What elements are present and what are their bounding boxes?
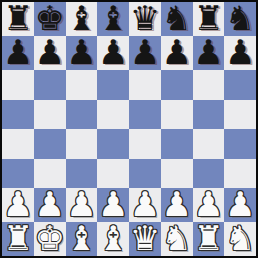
- square-e2[interactable]: ♟: [129, 188, 161, 222]
- square-b1[interactable]: ♚: [34, 222, 66, 256]
- white-bishop-piece: ♝: [66, 221, 96, 255]
- black-queen-piece: ♛: [130, 1, 160, 35]
- square-g6[interactable]: [193, 70, 225, 100]
- square-b7[interactable]: ♟: [34, 36, 66, 70]
- square-h2[interactable]: ♟: [224, 188, 256, 222]
- square-c4[interactable]: [66, 129, 98, 159]
- square-c7[interactable]: ♟: [66, 36, 98, 70]
- black-pawn-piece: ♟: [98, 35, 128, 69]
- chess-board: ♜♚♝♝♛♞♜♞♟♟♟♟♟♟♟♟♟♟♟♟♟♟♟♟♜♚♝♝♛♞♜♞: [0, 0, 258, 258]
- square-d8[interactable]: ♝: [97, 2, 129, 36]
- square-a8[interactable]: ♜: [2, 2, 34, 36]
- square-a5[interactable]: [2, 100, 34, 130]
- square-d4[interactable]: [97, 129, 129, 159]
- square-g8[interactable]: ♜: [193, 2, 225, 36]
- square-h1[interactable]: ♞: [224, 222, 256, 256]
- black-pawn-piece: ♟: [34, 35, 64, 69]
- white-pawn-piece: ♟: [98, 187, 128, 221]
- black-pawn-piece: ♟: [161, 35, 191, 69]
- square-c1[interactable]: ♝: [66, 222, 98, 256]
- square-b4[interactable]: [34, 129, 66, 159]
- square-g7[interactable]: ♟: [193, 36, 225, 70]
- white-pawn-piece: ♟: [66, 187, 96, 221]
- square-e6[interactable]: [129, 70, 161, 100]
- square-c6[interactable]: [66, 70, 98, 100]
- white-pawn-piece: ♟: [34, 187, 64, 221]
- white-bishop-piece: ♝: [98, 221, 128, 255]
- black-rook-piece: ♜: [193, 1, 223, 35]
- black-knight-piece: ♞: [225, 1, 255, 35]
- square-c2[interactable]: ♟: [66, 188, 98, 222]
- square-f4[interactable]: [161, 129, 193, 159]
- black-pawn-piece: ♟: [3, 35, 33, 69]
- square-e4[interactable]: [129, 129, 161, 159]
- white-pawn-piece: ♟: [130, 187, 160, 221]
- black-knight-piece: ♞: [161, 1, 191, 35]
- square-c5[interactable]: [66, 100, 98, 130]
- white-knight-piece: ♞: [161, 221, 191, 255]
- square-e1[interactable]: ♛: [129, 222, 161, 256]
- square-d5[interactable]: [97, 100, 129, 130]
- white-rook-piece: ♜: [193, 221, 223, 255]
- square-f6[interactable]: [161, 70, 193, 100]
- square-a4[interactable]: [2, 129, 34, 159]
- square-h8[interactable]: ♞: [224, 2, 256, 36]
- square-a2[interactable]: ♟: [2, 188, 34, 222]
- white-knight-piece: ♞: [225, 221, 255, 255]
- square-f1[interactable]: ♞: [161, 222, 193, 256]
- square-e7[interactable]: ♟: [129, 36, 161, 70]
- square-d1[interactable]: ♝: [97, 222, 129, 256]
- white-pawn-piece: ♟: [225, 187, 255, 221]
- white-queen-piece: ♛: [130, 221, 160, 255]
- black-bishop-piece: ♝: [66, 1, 96, 35]
- square-e8[interactable]: ♛: [129, 2, 161, 36]
- square-b5[interactable]: [34, 100, 66, 130]
- square-f5[interactable]: [161, 100, 193, 130]
- square-f2[interactable]: ♟: [161, 188, 193, 222]
- white-king-piece: ♚: [34, 221, 64, 255]
- black-bishop-piece: ♝: [98, 1, 128, 35]
- square-h7[interactable]: ♟: [224, 36, 256, 70]
- square-b8[interactable]: ♚: [34, 2, 66, 36]
- square-g5[interactable]: [193, 100, 225, 130]
- square-e5[interactable]: [129, 100, 161, 130]
- square-h5[interactable]: [224, 100, 256, 130]
- square-a6[interactable]: [2, 70, 34, 100]
- square-f8[interactable]: ♞: [161, 2, 193, 36]
- square-h4[interactable]: [224, 129, 256, 159]
- white-pawn-piece: ♟: [3, 187, 33, 221]
- white-rook-piece: ♜: [3, 221, 33, 255]
- square-d7[interactable]: ♟: [97, 36, 129, 70]
- white-pawn-piece: ♟: [161, 187, 191, 221]
- square-a7[interactable]: ♟: [2, 36, 34, 70]
- square-a1[interactable]: ♜: [2, 222, 34, 256]
- black-king-piece: ♚: [34, 1, 64, 35]
- black-pawn-piece: ♟: [66, 35, 96, 69]
- black-pawn-piece: ♟: [193, 35, 223, 69]
- square-c8[interactable]: ♝: [66, 2, 98, 36]
- black-pawn-piece: ♟: [225, 35, 255, 69]
- black-rook-piece: ♜: [3, 1, 33, 35]
- square-d6[interactable]: [97, 70, 129, 100]
- board-wrap: ♜♚♝♝♛♞♜♞♟♟♟♟♟♟♟♟♟♟♟♟♟♟♟♟♜♚♝♝♛♞♜♞: [0, 0, 258, 258]
- square-h6[interactable]: [224, 70, 256, 100]
- white-pawn-piece: ♟: [193, 187, 223, 221]
- square-g2[interactable]: ♟: [193, 188, 225, 222]
- square-b2[interactable]: ♟: [34, 188, 66, 222]
- black-pawn-piece: ♟: [130, 35, 160, 69]
- square-g4[interactable]: [193, 129, 225, 159]
- square-d2[interactable]: ♟: [97, 188, 129, 222]
- square-b6[interactable]: [34, 70, 66, 100]
- square-f7[interactable]: ♟: [161, 36, 193, 70]
- square-g1[interactable]: ♜: [193, 222, 225, 256]
